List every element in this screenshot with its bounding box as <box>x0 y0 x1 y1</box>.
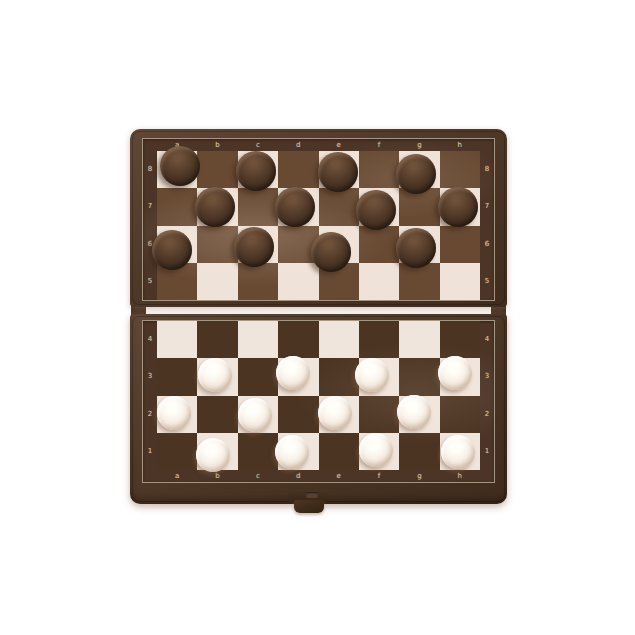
square-d4[interactable] <box>278 321 318 358</box>
dark-checker-e8[interactable] <box>318 152 358 192</box>
square-h2[interactable] <box>440 396 480 433</box>
square-d2[interactable] <box>278 396 318 433</box>
rank-labels-bottom-right: 4321 <box>480 321 494 470</box>
square-c3[interactable] <box>238 358 278 395</box>
dark-checker-c8[interactable] <box>236 151 276 191</box>
rank-labels-top-right: 8765 <box>480 151 494 300</box>
square-a1[interactable] <box>157 433 197 470</box>
square-b2[interactable] <box>197 396 237 433</box>
rank-label-2-left: 2 <box>143 396 157 433</box>
square-a7[interactable] <box>157 188 197 225</box>
file-label-h-top: h <box>440 139 480 151</box>
dark-checker-a8[interactable] <box>160 146 200 186</box>
rank-label-7-left: 7 <box>143 188 157 225</box>
white-checker-c2[interactable] <box>238 398 272 432</box>
file-label-a-bottom: a <box>157 470 197 482</box>
square-h5[interactable] <box>440 263 480 300</box>
square-e7[interactable] <box>319 188 359 225</box>
dark-checker-g8[interactable] <box>396 154 436 194</box>
dark-checker-h7[interactable] <box>438 187 478 227</box>
square-a4[interactable] <box>157 321 197 358</box>
square-e4[interactable] <box>319 321 359 358</box>
rank-label-8-left: 8 <box>143 151 157 188</box>
rank-labels-bottom-left: 4321 <box>143 321 157 470</box>
board-top-half: abcdefgh 8765 8765 <box>130 129 507 307</box>
square-d5[interactable] <box>278 263 318 300</box>
square-f2[interactable] <box>359 396 399 433</box>
square-b5[interactable] <box>197 263 237 300</box>
file-labels-top: abcdefgh <box>157 139 480 151</box>
rank-label-3-left: 3 <box>143 358 157 395</box>
square-d8[interactable] <box>278 151 318 188</box>
file-label-f-top: f <box>359 139 399 151</box>
file-label-g-top: g <box>399 139 439 151</box>
square-a3[interactable] <box>157 358 197 395</box>
square-h8[interactable] <box>440 151 480 188</box>
board-bottom-half: abcdefgh 4321 4321 <box>130 314 507 504</box>
square-f4[interactable] <box>359 321 399 358</box>
square-g7[interactable] <box>399 188 439 225</box>
square-f6[interactable] <box>359 226 399 263</box>
white-checker-h3[interactable] <box>438 356 472 390</box>
square-c7[interactable] <box>238 188 278 225</box>
square-c5[interactable] <box>238 263 278 300</box>
square-h4[interactable] <box>440 321 480 358</box>
white-checker-h1[interactable] <box>441 435 475 469</box>
file-label-h-bottom: h <box>440 470 480 482</box>
white-checker-f3[interactable] <box>355 358 389 392</box>
rank-label-6-right: 6 <box>480 226 494 263</box>
square-h6[interactable] <box>440 226 480 263</box>
file-label-d-bottom: d <box>278 470 318 482</box>
clasp-notch <box>306 492 318 498</box>
rank-label-4-left: 4 <box>143 321 157 358</box>
file-label-e-bottom: e <box>319 470 359 482</box>
white-checker-b1[interactable] <box>196 438 230 472</box>
file-label-e-top: e <box>319 139 359 151</box>
square-b6[interactable] <box>197 226 237 263</box>
white-checker-b3[interactable] <box>198 358 232 392</box>
rank-label-4-right: 4 <box>480 321 494 358</box>
clasp-latch-tab <box>294 500 324 513</box>
folding-magnetic-board: abcdefgh 8765 8765 abcdefgh 4321 4321 <box>130 129 507 504</box>
file-label-c-top: c <box>238 139 278 151</box>
dark-checker-c6[interactable] <box>234 227 274 267</box>
rank-label-1-right: 1 <box>480 433 494 470</box>
square-e3[interactable] <box>319 358 359 395</box>
file-label-d-top: d <box>278 139 318 151</box>
dark-checker-f7[interactable] <box>356 190 396 230</box>
square-g1[interactable] <box>399 433 439 470</box>
square-b8[interactable] <box>197 151 237 188</box>
file-label-g-bottom: g <box>399 470 439 482</box>
file-label-b-bottom: b <box>197 470 237 482</box>
square-f5[interactable] <box>359 263 399 300</box>
square-g4[interactable] <box>399 321 439 358</box>
file-labels-bottom: abcdefgh <box>157 470 480 482</box>
file-label-b-top: b <box>197 139 237 151</box>
dark-checker-d7[interactable] <box>275 187 315 227</box>
square-c1[interactable] <box>238 433 278 470</box>
rank-label-5-left: 5 <box>143 263 157 300</box>
square-f8[interactable] <box>359 151 399 188</box>
rank-label-2-right: 2 <box>480 396 494 433</box>
white-checker-d3[interactable] <box>276 356 310 390</box>
rank-label-7-right: 7 <box>480 188 494 225</box>
rank-label-3-right: 3 <box>480 358 494 395</box>
square-b4[interactable] <box>197 321 237 358</box>
rank-label-1-left: 1 <box>143 433 157 470</box>
rank-labels-top-left: 8765 <box>143 151 157 300</box>
dark-checker-e6[interactable] <box>311 232 351 272</box>
square-c4[interactable] <box>238 321 278 358</box>
rank-label-8-right: 8 <box>480 151 494 188</box>
square-g3[interactable] <box>399 358 439 395</box>
dark-checker-b7[interactable] <box>195 187 235 227</box>
square-e1[interactable] <box>319 433 359 470</box>
rank-label-5-right: 5 <box>480 263 494 300</box>
square-g5[interactable] <box>399 263 439 300</box>
white-checker-e2[interactable] <box>318 396 352 430</box>
file-label-f-bottom: f <box>359 470 399 482</box>
product-photo-stage: abcdefgh 8765 8765 abcdefgh 4321 4321 <box>0 0 635 635</box>
file-label-c-bottom: c <box>238 470 278 482</box>
